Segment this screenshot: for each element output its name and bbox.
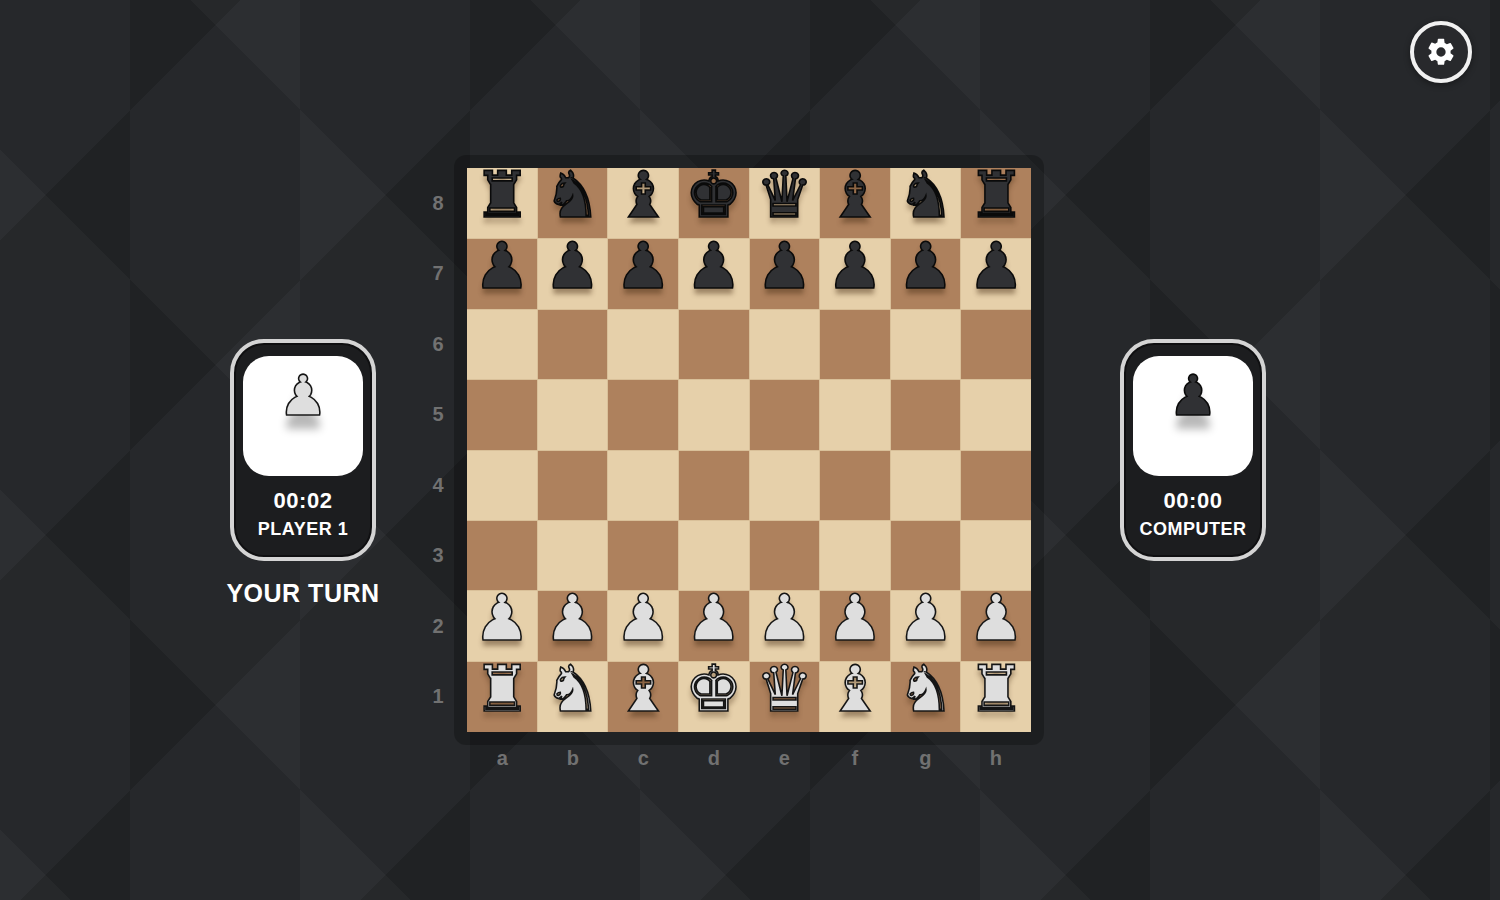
square-b3[interactable] — [538, 521, 608, 590]
piece-white-bishop[interactable]: ♝ — [826, 654, 883, 724]
piece-white-pawn[interactable]: ♟ — [473, 583, 530, 653]
square-f6[interactable] — [820, 310, 890, 379]
square-c4[interactable] — [608, 451, 678, 520]
square-d4[interactable] — [679, 451, 749, 520]
piece-black-knight[interactable]: ♞ — [544, 160, 601, 230]
piece-white-pawn[interactable]: ♟ — [968, 583, 1025, 653]
player1-avatar: ♟ — [243, 356, 363, 476]
square-b1[interactable]: ♞ — [538, 662, 608, 732]
square-c2[interactable]: ♟ — [608, 591, 678, 661]
player-card-computer: ♟ 00:00 COMPUTER — [1120, 339, 1266, 561]
square-f8[interactable]: ♝ — [820, 168, 890, 238]
square-a8[interactable]: ♜ — [467, 168, 537, 238]
square-e1[interactable]: ♛ — [750, 662, 820, 732]
square-b4[interactable] — [538, 451, 608, 520]
square-e8[interactable]: ♛ — [750, 168, 820, 238]
piece-black-rook[interactable]: ♜ — [968, 160, 1025, 230]
piece-black-pawn[interactable]: ♟ — [473, 231, 530, 301]
square-f4[interactable] — [820, 451, 890, 520]
piece-black-bishop[interactable]: ♝ — [614, 160, 671, 230]
settings-button[interactable] — [1410, 21, 1472, 83]
piece-black-pawn[interactable]: ♟ — [826, 231, 883, 301]
turn-indicator: YOUR TURN — [210, 579, 396, 608]
square-a3[interactable] — [467, 521, 537, 590]
piece-white-pawn[interactable]: ♟ — [897, 583, 954, 653]
piece-white-knight[interactable]: ♞ — [897, 654, 954, 724]
square-g2[interactable]: ♟ — [891, 591, 961, 661]
square-c5[interactable] — [608, 380, 678, 449]
square-d7[interactable]: ♟ — [679, 239, 749, 309]
piece-black-pawn[interactable]: ♟ — [968, 231, 1025, 301]
piece-black-pawn[interactable]: ♟ — [614, 231, 671, 301]
rank-label-5: 5 — [424, 380, 452, 451]
piece-black-bishop[interactable]: ♝ — [826, 160, 883, 230]
rank-label-2: 2 — [424, 591, 452, 662]
rank-label-1: 1 — [424, 662, 452, 733]
file-label-d: d — [679, 742, 750, 774]
square-f2[interactable]: ♟ — [820, 591, 890, 661]
square-d3[interactable] — [679, 521, 749, 590]
piece-black-pawn[interactable]: ♟ — [756, 231, 813, 301]
square-b2[interactable]: ♟ — [538, 591, 608, 661]
square-d1[interactable]: ♚ — [679, 662, 749, 732]
square-e3[interactable] — [750, 521, 820, 590]
square-b6[interactable] — [538, 310, 608, 379]
piece-white-knight[interactable]: ♞ — [544, 654, 601, 724]
piece-white-bishop[interactable]: ♝ — [614, 654, 671, 724]
piece-white-queen[interactable]: ♛ — [756, 654, 813, 724]
square-a1[interactable]: ♜ — [467, 662, 537, 732]
square-a6[interactable] — [467, 310, 537, 379]
rank-label-7: 7 — [424, 239, 452, 310]
square-a5[interactable] — [467, 380, 537, 449]
computer-name: COMPUTER — [1140, 519, 1247, 540]
player1-clock: 00:02 — [274, 488, 333, 514]
piece-white-pawn[interactable]: ♟ — [544, 583, 601, 653]
piece-white-rook[interactable]: ♜ — [473, 654, 530, 724]
square-e7[interactable]: ♟ — [750, 239, 820, 309]
square-g3[interactable] — [891, 521, 961, 590]
piece-white-pawn[interactable]: ♟ — [756, 583, 813, 653]
file-label-f: f — [820, 742, 891, 774]
square-e4[interactable] — [750, 451, 820, 520]
rank-label-8: 8 — [424, 168, 452, 239]
square-c3[interactable] — [608, 521, 678, 590]
computer-clock: 00:00 — [1164, 488, 1223, 514]
square-h3[interactable] — [961, 521, 1031, 590]
player-card-player1: ♟ 00:02 PLAYER 1 — [230, 339, 376, 561]
square-g8[interactable]: ♞ — [891, 168, 961, 238]
square-g1[interactable]: ♞ — [891, 662, 961, 732]
square-a2[interactable]: ♟ — [467, 591, 537, 661]
file-label-a: a — [467, 742, 538, 774]
square-d6[interactable] — [679, 310, 749, 379]
square-g6[interactable] — [891, 310, 961, 379]
square-h2[interactable]: ♟ — [961, 591, 1031, 661]
square-f7[interactable]: ♟ — [820, 239, 890, 309]
square-h6[interactable] — [961, 310, 1031, 379]
square-g5[interactable] — [891, 380, 961, 449]
square-g4[interactable] — [891, 451, 961, 520]
file-label-h: h — [961, 742, 1032, 774]
piece-white-pawn[interactable]: ♟ — [614, 583, 671, 653]
piece-black-knight[interactable]: ♞ — [897, 160, 954, 230]
rank-label-4: 4 — [424, 450, 452, 521]
board-frame: ♜♞♝♚♛♝♞♜♟♟♟♟♟♟♟♟♟♟♟♟♟♟♟♟♜♞♝♚♛♝♞♜ — [454, 155, 1044, 745]
square-d8[interactable]: ♚ — [679, 168, 749, 238]
square-e2[interactable]: ♟ — [750, 591, 820, 661]
square-d2[interactable]: ♟ — [679, 591, 749, 661]
square-g7[interactable]: ♟ — [891, 239, 961, 309]
square-f1[interactable]: ♝ — [820, 662, 890, 732]
square-a4[interactable] — [467, 451, 537, 520]
square-a7[interactable]: ♟ — [467, 239, 537, 309]
computer-avatar: ♟ — [1133, 356, 1253, 476]
square-h5[interactable] — [961, 380, 1031, 449]
square-b5[interactable] — [538, 380, 608, 449]
square-b7[interactable]: ♟ — [538, 239, 608, 309]
file-labels: abcdefgh — [467, 742, 1031, 774]
piece-black-queen[interactable]: ♛ — [756, 160, 813, 230]
white-pawn-icon: ♟ — [278, 368, 328, 424]
piece-white-pawn[interactable]: ♟ — [685, 583, 742, 653]
piece-white-rook[interactable]: ♜ — [968, 654, 1025, 724]
square-c7[interactable]: ♟ — [608, 239, 678, 309]
square-d5[interactable] — [679, 380, 749, 449]
rank-label-6: 6 — [424, 309, 452, 380]
player1-name: PLAYER 1 — [258, 519, 348, 540]
square-e6[interactable] — [750, 310, 820, 379]
square-b8[interactable]: ♞ — [538, 168, 608, 238]
rank-label-3: 3 — [424, 521, 452, 592]
square-h8[interactable]: ♜ — [961, 168, 1031, 238]
file-label-g: g — [890, 742, 961, 774]
rank-labels: 87654321 — [424, 168, 452, 732]
chess-board[interactable]: ♜♞♝♚♛♝♞♜♟♟♟♟♟♟♟♟♟♟♟♟♟♟♟♟♜♞♝♚♛♝♞♜ — [467, 168, 1031, 732]
piece-black-king[interactable]: ♚ — [685, 160, 742, 230]
piece-black-pawn[interactable]: ♟ — [897, 231, 954, 301]
square-f3[interactable] — [820, 521, 890, 590]
square-e5[interactable] — [750, 380, 820, 449]
file-label-c: c — [608, 742, 679, 774]
square-f5[interactable] — [820, 380, 890, 449]
square-h7[interactable]: ♟ — [961, 239, 1031, 309]
piece-black-pawn[interactable]: ♟ — [544, 231, 601, 301]
square-c8[interactable]: ♝ — [608, 168, 678, 238]
square-h4[interactable] — [961, 451, 1031, 520]
file-label-e: e — [749, 742, 820, 774]
piece-white-king[interactable]: ♚ — [685, 654, 742, 724]
gear-icon — [1425, 36, 1457, 68]
file-label-b: b — [538, 742, 609, 774]
piece-white-pawn[interactable]: ♟ — [826, 583, 883, 653]
black-pawn-icon: ♟ — [1168, 368, 1218, 424]
square-c1[interactable]: ♝ — [608, 662, 678, 732]
piece-black-rook[interactable]: ♜ — [473, 160, 530, 230]
square-h1[interactable]: ♜ — [961, 662, 1031, 732]
piece-black-pawn[interactable]: ♟ — [685, 231, 742, 301]
square-c6[interactable] — [608, 310, 678, 379]
